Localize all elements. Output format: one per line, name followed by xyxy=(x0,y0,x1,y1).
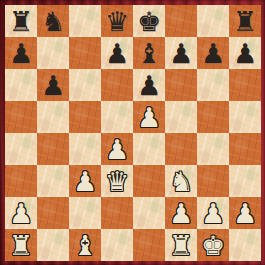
black-pawn[interactable]: ♟ xyxy=(165,37,197,69)
square-e1[interactable] xyxy=(133,229,165,261)
square-f7[interactable]: ♟ xyxy=(165,37,197,69)
white-pawn[interactable]: ♟ xyxy=(197,197,229,229)
square-h4[interactable] xyxy=(229,133,261,165)
square-e7[interactable]: ♝ xyxy=(133,37,165,69)
square-a8[interactable]: ♜ xyxy=(5,5,37,37)
black-rook[interactable]: ♜ xyxy=(5,5,37,37)
square-c3[interactable]: ♟ xyxy=(69,165,101,197)
square-b7[interactable] xyxy=(37,37,69,69)
square-h8[interactable]: ♜ xyxy=(229,5,261,37)
square-g4[interactable] xyxy=(197,133,229,165)
square-d8[interactable]: ♛ xyxy=(101,5,133,37)
square-b4[interactable] xyxy=(37,133,69,165)
square-h3[interactable] xyxy=(229,165,261,197)
square-b5[interactable] xyxy=(37,101,69,133)
square-g8[interactable] xyxy=(197,5,229,37)
white-pawn[interactable]: ♟ xyxy=(229,197,261,229)
black-pawn[interactable]: ♟ xyxy=(5,37,37,69)
square-g7[interactable]: ♟ xyxy=(197,37,229,69)
white-pawn[interactable]: ♟ xyxy=(69,165,101,197)
square-g3[interactable] xyxy=(197,165,229,197)
black-pawn[interactable]: ♟ xyxy=(101,37,133,69)
white-queen[interactable]: ♛ xyxy=(101,165,133,197)
square-f5[interactable] xyxy=(165,101,197,133)
square-d1[interactable] xyxy=(101,229,133,261)
square-b6[interactable]: ♟ xyxy=(37,69,69,101)
white-pawn[interactable]: ♟ xyxy=(5,197,37,229)
square-h6[interactable] xyxy=(229,69,261,101)
white-king[interactable]: ♚ xyxy=(197,229,229,261)
square-d5[interactable] xyxy=(101,101,133,133)
square-b3[interactable] xyxy=(37,165,69,197)
black-pawn[interactable]: ♟ xyxy=(133,69,165,101)
square-d6[interactable] xyxy=(101,69,133,101)
square-h5[interactable] xyxy=(229,101,261,133)
black-pawn[interactable]: ♟ xyxy=(229,37,261,69)
white-pawn[interactable]: ♟ xyxy=(101,133,133,165)
square-e8[interactable]: ♚ xyxy=(133,5,165,37)
square-a6[interactable] xyxy=(5,69,37,101)
white-rook[interactable]: ♜ xyxy=(5,229,37,261)
square-e3[interactable] xyxy=(133,165,165,197)
square-c1[interactable]: ♝ xyxy=(69,229,101,261)
square-f3[interactable]: ♞ xyxy=(165,165,197,197)
square-c7[interactable] xyxy=(69,37,101,69)
square-g1[interactable]: ♚ xyxy=(197,229,229,261)
square-d4[interactable]: ♟ xyxy=(101,133,133,165)
square-g5[interactable] xyxy=(197,101,229,133)
black-knight[interactable]: ♞ xyxy=(37,5,69,37)
square-e5[interactable]: ♟ xyxy=(133,101,165,133)
white-pawn[interactable]: ♟ xyxy=(165,197,197,229)
square-c4[interactable] xyxy=(69,133,101,165)
black-pawn[interactable]: ♟ xyxy=(197,37,229,69)
black-bishop[interactable]: ♝ xyxy=(133,37,165,69)
square-a1[interactable]: ♜ xyxy=(5,229,37,261)
square-d2[interactable] xyxy=(101,197,133,229)
black-queen[interactable]: ♛ xyxy=(101,5,133,37)
square-h7[interactable]: ♟ xyxy=(229,37,261,69)
square-c6[interactable] xyxy=(69,69,101,101)
square-f8[interactable] xyxy=(165,5,197,37)
square-b2[interactable] xyxy=(37,197,69,229)
square-e4[interactable] xyxy=(133,133,165,165)
black-king[interactable]: ♚ xyxy=(133,5,165,37)
black-rook[interactable]: ♜ xyxy=(229,5,261,37)
square-a3[interactable] xyxy=(5,165,37,197)
square-c2[interactable] xyxy=(69,197,101,229)
white-rook[interactable]: ♜ xyxy=(165,229,197,261)
square-c8[interactable] xyxy=(69,5,101,37)
square-a7[interactable]: ♟ xyxy=(5,37,37,69)
chess-board: ♜♞♛♚♜♟♟♝♟♟♟♟♟♟♟♟♛♞♟♟♟♟♜♝♜♚ xyxy=(5,5,261,261)
square-a2[interactable]: ♟ xyxy=(5,197,37,229)
square-d3[interactable]: ♛ xyxy=(101,165,133,197)
square-a4[interactable] xyxy=(5,133,37,165)
square-a5[interactable] xyxy=(5,101,37,133)
square-g2[interactable]: ♟ xyxy=(197,197,229,229)
square-h1[interactable] xyxy=(229,229,261,261)
square-f1[interactable]: ♜ xyxy=(165,229,197,261)
square-g6[interactable] xyxy=(197,69,229,101)
square-f4[interactable] xyxy=(165,133,197,165)
square-f6[interactable] xyxy=(165,69,197,101)
square-d7[interactable]: ♟ xyxy=(101,37,133,69)
square-e6[interactable]: ♟ xyxy=(133,69,165,101)
square-e2[interactable] xyxy=(133,197,165,229)
square-f2[interactable]: ♟ xyxy=(165,197,197,229)
square-b8[interactable]: ♞ xyxy=(37,5,69,37)
white-pawn[interactable]: ♟ xyxy=(133,101,165,133)
white-bishop[interactable]: ♝ xyxy=(69,229,101,261)
black-pawn[interactable]: ♟ xyxy=(37,69,69,101)
square-b1[interactable] xyxy=(37,229,69,261)
white-knight[interactable]: ♞ xyxy=(165,165,197,197)
chess-board-frame: ♜♞♛♚♜♟♟♝♟♟♟♟♟♟♟♟♛♞♟♟♟♟♜♝♜♚ xyxy=(0,0,265,265)
square-c5[interactable] xyxy=(69,101,101,133)
square-h2[interactable]: ♟ xyxy=(229,197,261,229)
